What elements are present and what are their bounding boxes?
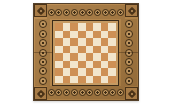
board-square [93, 61, 101, 69]
chessboard [33, 3, 139, 101]
board-square [93, 46, 101, 54]
board-square [55, 23, 63, 31]
board-square [63, 53, 71, 61]
board-square [63, 76, 71, 84]
board-square [70, 61, 78, 69]
board-square [63, 68, 71, 76]
board-square [78, 38, 86, 46]
board-square [101, 23, 109, 31]
board-square [108, 68, 116, 76]
rosette-icon [39, 77, 47, 85]
board-square [108, 23, 116, 31]
rosette-icon [86, 9, 93, 16]
board-square [93, 76, 101, 84]
board-square [70, 76, 78, 84]
board-square [55, 38, 63, 46]
rosette-icon [39, 39, 47, 47]
rosette-icon [71, 89, 78, 96]
rosette-icon [102, 89, 109, 96]
rosette-icon [125, 30, 133, 38]
rosette-icon [117, 9, 124, 16]
rosette-icon [125, 58, 133, 66]
rosette-icon [39, 30, 47, 38]
board-square [70, 68, 78, 76]
rosette-icon [109, 89, 116, 96]
board-square [78, 23, 86, 31]
board-square [55, 61, 63, 69]
board-square [93, 23, 101, 31]
board-square [78, 61, 86, 69]
board-square [108, 46, 116, 54]
board-square [55, 53, 63, 61]
rosette-icon [117, 89, 124, 96]
board-square [70, 31, 78, 39]
rosette-icon [94, 9, 101, 16]
board-square [63, 23, 71, 31]
rosette-icon [71, 9, 78, 16]
board-square [101, 38, 109, 46]
board-square [108, 38, 116, 46]
board-square [55, 46, 63, 54]
board-square [86, 23, 94, 31]
ornament-border-bottom [47, 86, 125, 99]
board-square [108, 31, 116, 39]
board-square [86, 46, 94, 54]
board-square [63, 38, 71, 46]
rosette-icon [94, 89, 101, 96]
corner-rosette-icon [34, 87, 47, 100]
board-square [55, 31, 63, 39]
corner-rosette-icon [125, 4, 138, 17]
board-square [70, 46, 78, 54]
corner-rosette-icon [125, 87, 138, 100]
ornament-border-top [47, 5, 125, 19]
board-square [101, 61, 109, 69]
rosette-icon [125, 39, 133, 47]
board-square [101, 68, 109, 76]
corner-rosette-icon [34, 4, 47, 17]
rosette-icon [63, 89, 70, 96]
board-square [86, 38, 94, 46]
rosette-icon [39, 58, 47, 66]
board-square [93, 68, 101, 76]
board-square [70, 53, 78, 61]
playing-field [52, 20, 119, 86]
board-square [86, 31, 94, 39]
board-square [101, 46, 109, 54]
board-square [93, 53, 101, 61]
board-square [108, 61, 116, 69]
board-square [78, 31, 86, 39]
board-square [86, 76, 94, 84]
board-square [101, 31, 109, 39]
checkerboard-grid [55, 23, 116, 83]
rosette-icon [125, 20, 133, 28]
rosette-icon [102, 9, 109, 16]
board-square [70, 38, 78, 46]
board-square [86, 61, 94, 69]
board-square [78, 68, 86, 76]
board-square [63, 61, 71, 69]
rosette-icon [86, 89, 93, 96]
rosette-icon [39, 67, 47, 75]
board-square [70, 23, 78, 31]
rosette-icon [125, 67, 133, 75]
board-square [55, 76, 63, 84]
rosette-icon [79, 9, 86, 16]
board-square [86, 53, 94, 61]
rosette-icon [55, 9, 62, 16]
board-square [55, 68, 63, 76]
photo-canvas [0, 0, 175, 105]
board-square [86, 68, 94, 76]
board-square [78, 76, 86, 84]
board-square [93, 31, 101, 39]
board-square [78, 53, 86, 61]
board-square [101, 76, 109, 84]
board-square [108, 53, 116, 61]
board-square [78, 46, 86, 54]
board-square [63, 46, 71, 54]
rosette-icon [63, 9, 70, 16]
rosette-icon [48, 9, 55, 16]
rosette-icon [39, 20, 47, 28]
rosette-icon [55, 89, 62, 96]
rosette-icon [79, 89, 86, 96]
rosette-icon [109, 9, 116, 16]
board-square [108, 76, 116, 84]
board-square [63, 31, 71, 39]
board-square [101, 53, 109, 61]
rosette-icon [48, 89, 55, 96]
board-square [93, 38, 101, 46]
rosette-icon [125, 77, 133, 85]
